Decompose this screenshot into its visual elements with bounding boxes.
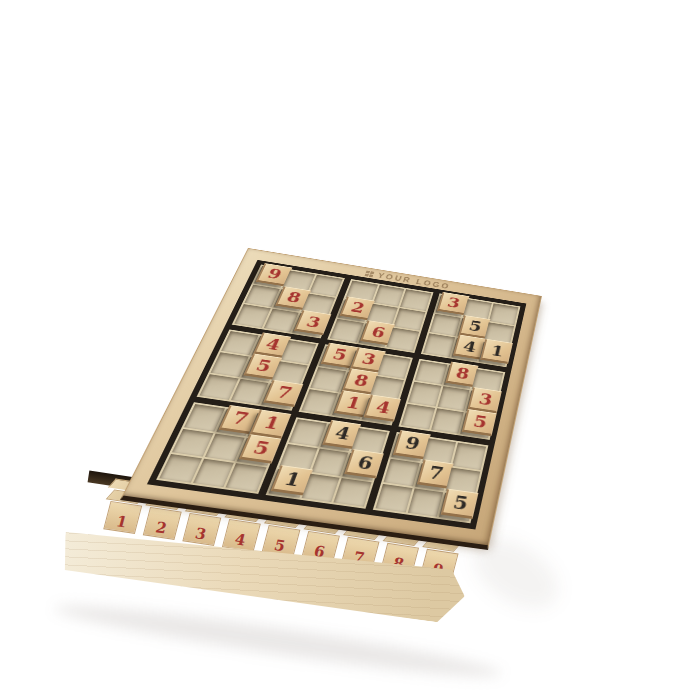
cell-r3c7[interactable] bbox=[423, 334, 455, 357]
tile-5-r8c3[interactable]: 5 bbox=[239, 434, 281, 464]
drawer-number-2: 2 bbox=[143, 507, 182, 540]
block-3: 3541 bbox=[421, 293, 520, 367]
cell-r5c7[interactable] bbox=[408, 382, 441, 407]
cell-r6c5[interactable]: 1 bbox=[332, 394, 368, 420]
cell-r9c8[interactable] bbox=[407, 488, 443, 517]
tile-3-r3c3[interactable]: 3 bbox=[294, 310, 331, 335]
cell-r3c5[interactable]: 6 bbox=[358, 324, 391, 347]
tile-1-r3c9[interactable]: 1 bbox=[480, 339, 512, 364]
drawer-number-1: 1 bbox=[103, 501, 142, 534]
tile-6-r8c6[interactable]: 6 bbox=[345, 449, 384, 479]
cell-r2c6[interactable] bbox=[394, 308, 426, 330]
block-2: 26 bbox=[327, 279, 433, 353]
tile-7-r6c3[interactable]: 7 bbox=[263, 380, 303, 407]
tile-5-r9c9[interactable]: 5 bbox=[441, 488, 479, 519]
cell-r4c8[interactable]: 8 bbox=[443, 365, 475, 389]
block-1: 983 bbox=[232, 264, 345, 338]
cell-r3c6[interactable] bbox=[387, 328, 419, 351]
cell-r1c7[interactable]: 3 bbox=[435, 295, 465, 317]
drawer-number-4: 4 bbox=[222, 519, 261, 552]
cell-r8c6[interactable]: 6 bbox=[343, 453, 380, 481]
cell-r8c7[interactable] bbox=[384, 458, 420, 486]
block-5: 53814 bbox=[298, 344, 412, 426]
tile-5-r6c9[interactable]: 5 bbox=[462, 409, 497, 436]
cell-r6c9[interactable]: 5 bbox=[460, 413, 493, 439]
cell-r6c8[interactable] bbox=[431, 408, 464, 434]
cell-r9c6[interactable] bbox=[334, 478, 372, 507]
drawer-number-3: 3 bbox=[182, 513, 221, 546]
cell-r8c8[interactable]: 7 bbox=[415, 463, 450, 491]
cell-r5c8[interactable] bbox=[437, 386, 470, 411]
cell-r7c7[interactable]: 9 bbox=[391, 434, 426, 461]
cell-r3c3[interactable]: 3 bbox=[293, 313, 328, 336]
cell-r9c9[interactable]: 5 bbox=[439, 493, 474, 522]
cell-r6c3[interactable]: 7 bbox=[261, 383, 298, 409]
cell-r4c7[interactable] bbox=[415, 360, 447, 384]
cell-r1c3[interactable] bbox=[310, 275, 343, 297]
logo-placeholder-icon bbox=[365, 270, 375, 277]
cell-r2c7[interactable] bbox=[429, 314, 460, 336]
cell-r4c6[interactable] bbox=[377, 355, 410, 379]
block-4: 457 bbox=[197, 329, 319, 411]
block-6: 835 bbox=[398, 359, 505, 441]
tile-4-r6c6[interactable]: 4 bbox=[364, 395, 401, 422]
sudoku-board: YOUR LOGO 98326354145753814835715461975 bbox=[120, 248, 542, 550]
cell-r1c6[interactable] bbox=[400, 289, 431, 311]
product-photo-stage: 123456789 YOUR LOGO 98326354145753814835… bbox=[0, 0, 700, 700]
cell-r1c5[interactable] bbox=[373, 285, 405, 307]
cell-r6c6[interactable]: 4 bbox=[362, 398, 397, 424]
block-7: 715 bbox=[156, 402, 289, 493]
cell-r9c7[interactable] bbox=[375, 484, 412, 513]
block-9: 975 bbox=[373, 432, 489, 523]
cell-r3c9[interactable]: 1 bbox=[479, 342, 509, 365]
cell-r7c9[interactable] bbox=[452, 443, 486, 470]
sudoku-grid: 98326354145753814835715461975 bbox=[147, 260, 526, 530]
cell-r1c9[interactable] bbox=[489, 303, 518, 325]
cell-r3c8[interactable]: 4 bbox=[451, 338, 482, 361]
cell-r6c7[interactable] bbox=[401, 404, 435, 430]
